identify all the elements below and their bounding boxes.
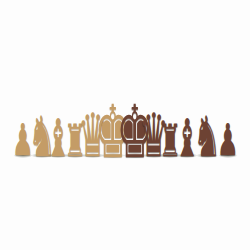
dark-pawn-glyph: ♟ xyxy=(217,118,239,162)
chess-set-product-photo: ♟♞♝♜♛♚♚♛♜♝♞♟ xyxy=(0,0,250,250)
chess-piece-row: ♟♞♝♜♛♚♚♛♜♝♞♟ xyxy=(0,0,250,250)
